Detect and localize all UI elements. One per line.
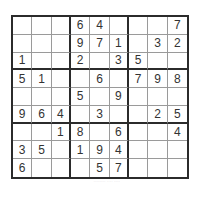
cell-r6c1: 9	[13, 106, 32, 124]
cell-r2c9: 2	[168, 35, 187, 53]
cell-r2c5: 7	[90, 35, 109, 53]
cell-r8c5: 9	[90, 141, 109, 159]
cell-r4c1: 5	[13, 70, 32, 88]
cell-r6c8: 2	[148, 106, 167, 124]
cell-r2c2[interactable]	[32, 35, 51, 53]
cell-r2c6: 1	[110, 35, 129, 53]
cell-r8c1: 3	[13, 141, 32, 159]
cell-r4c4[interactable]	[71, 70, 90, 88]
cell-r4c8: 9	[148, 70, 167, 88]
sudoku-page: 64797132123551679859964325186435194657 ·…	[0, 0, 200, 200]
cell-r7c3: 1	[52, 124, 71, 142]
cell-r3c6: 3	[110, 53, 129, 71]
sudoku-board: 64797132123551679859964325186435194657	[11, 15, 189, 179]
cell-r2c7[interactable]	[129, 35, 148, 53]
cell-r2c4: 9	[71, 35, 90, 53]
cell-r8c4: 1	[71, 141, 90, 159]
cell-r1c1[interactable]	[13, 17, 32, 35]
cell-r4c7: 7	[129, 70, 148, 88]
cell-r7c2[interactable]	[32, 124, 51, 142]
cell-r8c9[interactable]	[168, 141, 187, 159]
cell-r7c9: 4	[168, 124, 187, 142]
cell-r1c4: 6	[71, 17, 90, 35]
cell-r5c1[interactable]	[13, 88, 32, 106]
cell-r5c3[interactable]	[52, 88, 71, 106]
cell-r6c3: 4	[52, 106, 71, 124]
cell-r1c2[interactable]	[32, 17, 51, 35]
cell-r6c5: 3	[90, 106, 109, 124]
cell-r8c7[interactable]	[129, 141, 148, 159]
cell-r3c4: 2	[71, 53, 90, 71]
cell-r1c9: 7	[168, 17, 187, 35]
cell-r4c9: 8	[168, 70, 187, 88]
cell-r6c4[interactable]	[71, 106, 90, 124]
cell-r3c8[interactable]	[148, 53, 167, 71]
cell-r4c2: 1	[32, 70, 51, 88]
cell-r9c2[interactable]	[32, 159, 51, 177]
cell-r4c3[interactable]	[52, 70, 71, 88]
cell-r5c8[interactable]	[148, 88, 167, 106]
cell-r6c6[interactable]	[110, 106, 129, 124]
cell-r7c6: 6	[110, 124, 129, 142]
cell-r5c9[interactable]	[168, 88, 187, 106]
cell-r8c8[interactable]	[148, 141, 167, 159]
cell-r3c1: 1	[13, 53, 32, 71]
cell-r2c1[interactable]	[13, 35, 32, 53]
cell-r6c2: 6	[32, 106, 51, 124]
cell-r7c8[interactable]	[148, 124, 167, 142]
cell-r3c2[interactable]	[32, 53, 51, 71]
cell-r7c1[interactable]	[13, 124, 32, 142]
cell-r3c7: 5	[129, 53, 148, 71]
cell-r8c6: 4	[110, 141, 129, 159]
cell-r5c7[interactable]	[129, 88, 148, 106]
cell-r9c5: 5	[90, 159, 109, 177]
cell-r3c9[interactable]	[168, 53, 187, 71]
cell-r5c4: 5	[71, 88, 90, 106]
cell-r7c4: 8	[71, 124, 90, 142]
cell-r8c3[interactable]	[52, 141, 71, 159]
cell-r1c3[interactable]	[52, 17, 71, 35]
cell-r5c2[interactable]	[32, 88, 51, 106]
cell-r8c2: 5	[32, 141, 51, 159]
cell-r7c5[interactable]	[90, 124, 109, 142]
cell-r7c7[interactable]	[129, 124, 148, 142]
cell-r9c7[interactable]	[129, 159, 148, 177]
cell-r3c3[interactable]	[52, 53, 71, 71]
cell-r2c8: 3	[148, 35, 167, 53]
cell-r1c7[interactable]	[129, 17, 148, 35]
cell-r9c3[interactable]	[52, 159, 71, 177]
cell-r4c6[interactable]	[110, 70, 129, 88]
cell-r9c8[interactable]	[148, 159, 167, 177]
cell-r5c5[interactable]	[90, 88, 109, 106]
cell-r9c1: 6	[13, 159, 32, 177]
cell-r4c5: 6	[90, 70, 109, 88]
cell-r3c5[interactable]	[90, 53, 109, 71]
cell-r1c5: 4	[90, 17, 109, 35]
cell-r9c4[interactable]	[71, 159, 90, 177]
cell-r9c6: 7	[110, 159, 129, 177]
cell-r9c9[interactable]	[168, 159, 187, 177]
cell-r5c6: 9	[110, 88, 129, 106]
cell-r2c3[interactable]	[52, 35, 71, 53]
cell-r6c7[interactable]	[129, 106, 148, 124]
cell-r1c8[interactable]	[148, 17, 167, 35]
watermark-text: ········ ···· ····	[76, 181, 138, 184]
cell-r1c6[interactable]	[110, 17, 129, 35]
cell-r6c9: 5	[168, 106, 187, 124]
